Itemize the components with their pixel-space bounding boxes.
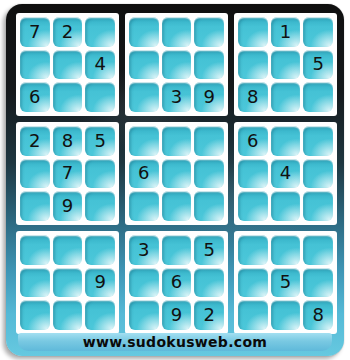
box-3-3: 58 [234, 231, 337, 334]
box-1-2: 39 [125, 13, 228, 116]
cell-r4c5[interactable] [162, 126, 192, 156]
cell-r4c2[interactable]: 8 [53, 126, 83, 156]
box-2-2: 6 [125, 122, 228, 225]
cell-r6c2[interactable]: 9 [53, 191, 83, 221]
cell-r1c5[interactable] [162, 17, 192, 47]
cell-r2c8[interactable] [271, 50, 301, 80]
given-digit: 6 [29, 88, 40, 106]
cell-r3c3[interactable] [85, 82, 115, 112]
cell-r1c3[interactable] [85, 17, 115, 47]
cell-r7c2[interactable] [53, 235, 83, 265]
cell-r4c9[interactable] [303, 126, 333, 156]
given-digit: 6 [247, 132, 258, 150]
box-1-1: 7246 [16, 13, 119, 116]
given-digit: 7 [62, 164, 73, 182]
given-digit: 3 [171, 88, 182, 106]
cell-r2c9[interactable]: 5 [303, 50, 333, 80]
cell-r5c2[interactable]: 7 [53, 159, 83, 189]
cell-r7c9[interactable] [303, 235, 333, 265]
given-digit: 3 [138, 241, 149, 259]
given-digit: 8 [312, 306, 323, 324]
cell-r1c8[interactable]: 1 [271, 17, 301, 47]
cell-r4c7[interactable]: 6 [238, 126, 268, 156]
given-digit: 4 [94, 55, 105, 73]
cell-r5c5[interactable] [162, 159, 192, 189]
cell-r1c7[interactable] [238, 17, 268, 47]
cell-r4c3[interactable]: 5 [85, 126, 115, 156]
given-digit: 2 [203, 306, 214, 324]
given-digit: 6 [138, 164, 149, 182]
cell-r3c1[interactable]: 6 [20, 82, 50, 112]
cell-r3c4[interactable] [129, 82, 159, 112]
given-digit: 9 [62, 197, 73, 215]
cell-r4c4[interactable] [129, 126, 159, 156]
footer-band: www.sudokusweb.com [18, 333, 332, 351]
cell-r3c8[interactable] [271, 82, 301, 112]
given-digit: 9 [94, 273, 105, 291]
cell-r4c1[interactable]: 2 [20, 126, 50, 156]
site-url: www.sudokusweb.com [83, 335, 267, 349]
box-3-2: 35692 [125, 231, 228, 334]
cell-r8c8[interactable]: 5 [271, 268, 301, 298]
cell-r6c8[interactable] [271, 191, 301, 221]
cell-r6c9[interactable] [303, 191, 333, 221]
cell-r5c8[interactable]: 4 [271, 159, 301, 189]
cell-r2c4[interactable] [129, 50, 159, 80]
cell-r9c1[interactable] [20, 300, 50, 330]
cell-r4c8[interactable] [271, 126, 301, 156]
cell-r9c8[interactable] [271, 300, 301, 330]
cell-r3c5[interactable]: 3 [162, 82, 192, 112]
cell-r7c7[interactable] [238, 235, 268, 265]
cell-r8c3[interactable]: 9 [85, 268, 115, 298]
cell-r5c3[interactable] [85, 159, 115, 189]
given-digit: 4 [280, 164, 291, 182]
cell-r6c4[interactable] [129, 191, 159, 221]
cell-r7c8[interactable] [271, 235, 301, 265]
cell-r9c5[interactable]: 9 [162, 300, 192, 330]
cell-r8c5[interactable]: 6 [162, 268, 192, 298]
cell-r9c2[interactable] [53, 300, 83, 330]
cell-r2c5[interactable] [162, 50, 192, 80]
cell-r2c3[interactable]: 4 [85, 50, 115, 80]
cell-r1c6[interactable] [194, 17, 224, 47]
cell-r6c1[interactable] [20, 191, 50, 221]
cell-r6c3[interactable] [85, 191, 115, 221]
given-digit: 8 [62, 132, 73, 150]
cell-r2c2[interactable] [53, 50, 83, 80]
cell-r7c5[interactable] [162, 235, 192, 265]
given-digit: 5 [94, 132, 105, 150]
cell-r9c3[interactable] [85, 300, 115, 330]
given-digit: 2 [62, 23, 73, 41]
cell-r5c1[interactable] [20, 159, 50, 189]
cell-r3c7[interactable]: 8 [238, 82, 268, 112]
cell-r5c9[interactable] [303, 159, 333, 189]
given-digit: 9 [203, 88, 214, 106]
cell-r8c4[interactable] [129, 268, 159, 298]
cell-r5c6[interactable] [194, 159, 224, 189]
cell-r3c9[interactable] [303, 82, 333, 112]
cell-r6c5[interactable] [162, 191, 192, 221]
cell-r5c4[interactable]: 6 [129, 159, 159, 189]
cell-r6c6[interactable] [194, 191, 224, 221]
cell-r5c7[interactable] [238, 159, 268, 189]
cell-r2c7[interactable] [238, 50, 268, 80]
given-digit: 8 [247, 88, 258, 106]
given-digit: 9 [171, 306, 182, 324]
box-2-1: 28579 [16, 122, 119, 225]
given-digit: 6 [171, 273, 182, 291]
cell-r1c9[interactable] [303, 17, 333, 47]
cell-r2c1[interactable] [20, 50, 50, 80]
given-digit: 5 [312, 55, 323, 73]
given-digit: 2 [29, 132, 40, 150]
cell-r9c4[interactable] [129, 300, 159, 330]
cell-r7c4[interactable]: 3 [129, 235, 159, 265]
box-3-1: 9 [16, 231, 119, 334]
cell-r1c4[interactable] [129, 17, 159, 47]
box-1-3: 158 [234, 13, 337, 116]
cell-r8c9[interactable] [303, 268, 333, 298]
cell-r3c2[interactable] [53, 82, 83, 112]
cell-r8c1[interactable] [20, 268, 50, 298]
given-digit: 1 [280, 23, 291, 41]
cell-r9c6[interactable]: 2 [194, 300, 224, 330]
given-digit: 5 [280, 273, 291, 291]
cell-r4c6[interactable] [194, 126, 224, 156]
given-digit: 7 [29, 23, 40, 41]
given-digit: 5 [203, 241, 214, 259]
cell-r1c1[interactable]: 7 [20, 17, 50, 47]
cell-r8c7[interactable] [238, 268, 268, 298]
cell-r8c6[interactable] [194, 268, 224, 298]
cell-r7c6[interactable]: 5 [194, 235, 224, 265]
cell-r6c7[interactable] [238, 191, 268, 221]
box-2-3: 64 [234, 122, 337, 225]
cell-r7c1[interactable] [20, 235, 50, 265]
cell-r1c2[interactable]: 2 [53, 17, 83, 47]
cell-r3c6[interactable]: 9 [194, 82, 224, 112]
cell-r8c2[interactable] [53, 268, 83, 298]
sudoku-board: 7246391582857966493569258 www.sudokusweb… [6, 4, 344, 356]
board-boxes: 7246391582857966493569258 [16, 13, 337, 334]
cell-r7c3[interactable] [85, 235, 115, 265]
cell-r9c7[interactable] [238, 300, 268, 330]
cell-r2c6[interactable] [194, 50, 224, 80]
cell-r9c9[interactable]: 8 [303, 300, 333, 330]
